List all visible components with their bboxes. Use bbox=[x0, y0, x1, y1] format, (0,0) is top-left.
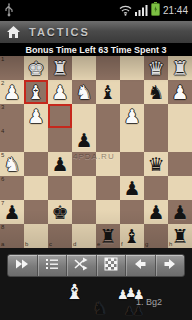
black-knight: ♞ bbox=[147, 80, 164, 104]
square-f2[interactable] bbox=[120, 80, 144, 104]
rank-label-6: 6 bbox=[1, 176, 4, 183]
white-king: ♚ bbox=[27, 56, 44, 80]
square-c7[interactable]: ♚ bbox=[48, 200, 72, 224]
square-h5[interactable] bbox=[168, 152, 192, 176]
square-b8[interactable]: b bbox=[24, 224, 48, 248]
rank-label-1: 1 bbox=[1, 56, 4, 63]
square-g1[interactable]: ♛ bbox=[144, 56, 168, 80]
bonus-banner-text: Bonus Time Left 63 Time Spent 3 bbox=[25, 45, 166, 55]
white-pawn: ♟ bbox=[27, 104, 44, 128]
square-g5[interactable]: ♛ bbox=[144, 152, 168, 176]
wifi-icon bbox=[119, 2, 132, 20]
rank-label-3: 3 bbox=[1, 104, 4, 111]
chess-board: 1♚♜♛♜2♟♝♟♞♝♞♟3♟♟4♟5♞♟♛6♟7♟♚♟♟8abcde♜f♝gh… bbox=[0, 56, 192, 248]
file-label-f: f bbox=[121, 241, 123, 248]
white-pawn: ♟ bbox=[171, 80, 188, 104]
square-a4[interactable]: 4 bbox=[0, 128, 24, 152]
shuffle-icon bbox=[73, 256, 89, 276]
rank-label-8: 8 bbox=[1, 224, 4, 231]
app-screen: 21:44 TACTICS Bonus Time Left 63 Time Sp… bbox=[0, 0, 192, 320]
square-c5[interactable]: ♟ bbox=[48, 152, 72, 176]
home-icon[interactable] bbox=[6, 25, 21, 39]
square-a1[interactable]: 1 bbox=[0, 56, 24, 80]
square-c3[interactable] bbox=[48, 104, 72, 128]
clock-time: 21:44 bbox=[163, 5, 190, 16]
square-g2[interactable]: ♞ bbox=[144, 80, 168, 104]
square-c4[interactable] bbox=[48, 128, 72, 152]
square-a5[interactable]: 5♞ bbox=[0, 152, 24, 176]
white-rook: ♜ bbox=[171, 56, 188, 80]
captured-white-bishop: ♝ bbox=[65, 282, 84, 303]
fast-forward-icon bbox=[14, 256, 30, 276]
square-d8[interactable]: d bbox=[72, 224, 96, 248]
black-bishop: ♝ bbox=[123, 224, 140, 248]
file-label-d: d bbox=[73, 241, 76, 248]
black-pawn: ♟ bbox=[147, 200, 164, 224]
white-pawn: ♟ bbox=[51, 80, 68, 104]
square-e5[interactable] bbox=[96, 152, 120, 176]
title-bar: TACTICS bbox=[0, 21, 192, 44]
move-display: 1. Bg2 bbox=[136, 297, 162, 307]
black-pawn: ♟ bbox=[51, 152, 68, 176]
square-d4[interactable]: ♟ bbox=[72, 128, 96, 152]
black-rook: ♜ bbox=[171, 224, 188, 248]
black-pawn: ♟ bbox=[3, 200, 20, 224]
move-list-icon bbox=[44, 256, 60, 276]
square-e1[interactable] bbox=[96, 56, 120, 80]
square-c8[interactable]: c bbox=[48, 224, 72, 248]
square-d2[interactable]: ♞ bbox=[72, 80, 96, 104]
square-e6[interactable] bbox=[96, 176, 120, 200]
square-b2[interactable]: ♝ bbox=[24, 80, 48, 104]
toolbar bbox=[7, 254, 185, 277]
captured-black-knight: ♞ bbox=[92, 300, 107, 317]
black-king: ♚ bbox=[51, 200, 68, 224]
square-b4[interactable] bbox=[24, 128, 48, 152]
square-f6[interactable]: ♟ bbox=[120, 176, 144, 200]
square-d3[interactable] bbox=[72, 104, 96, 128]
square-f3[interactable]: ♟ bbox=[120, 104, 144, 128]
square-c2[interactable]: ♟ bbox=[48, 80, 72, 104]
square-g4[interactable] bbox=[144, 128, 168, 152]
square-g7[interactable]: ♟ bbox=[144, 200, 168, 224]
file-label-a: a bbox=[1, 241, 4, 248]
signal-icon bbox=[135, 2, 148, 20]
forward-button[interactable] bbox=[155, 255, 185, 276]
file-label-c: c bbox=[49, 241, 52, 248]
black-pawn: ♟ bbox=[75, 128, 92, 152]
square-h8[interactable]: h♜ bbox=[168, 224, 192, 248]
back-button[interactable] bbox=[125, 255, 155, 276]
status-bar: 21:44 bbox=[0, 0, 192, 21]
move-list-button[interactable] bbox=[37, 255, 67, 276]
black-rook: ♜ bbox=[99, 224, 116, 248]
square-e8[interactable]: e♜ bbox=[96, 224, 120, 248]
captured-white-pawn: ♟ bbox=[125, 286, 137, 299]
square-a6[interactable]: 6 bbox=[0, 176, 24, 200]
rank-label-4: 4 bbox=[1, 128, 4, 135]
file-label-e: e bbox=[97, 241, 100, 248]
square-g6[interactable] bbox=[144, 176, 168, 200]
square-a8[interactable]: 8a bbox=[0, 224, 24, 248]
square-h7[interactable]: ♟ bbox=[168, 200, 192, 224]
bonus-banner: Bonus Time Left 63 Time Spent 3 bbox=[0, 43, 192, 56]
square-f7[interactable] bbox=[120, 200, 144, 224]
square-c6[interactable] bbox=[48, 176, 72, 200]
square-f1[interactable] bbox=[120, 56, 144, 80]
white-knight: ♞ bbox=[3, 152, 20, 176]
captured-black-pawn: ♟ bbox=[124, 305, 135, 317]
black-pawn: ♟ bbox=[123, 176, 140, 200]
captured-white-pawn: ♟ bbox=[117, 288, 129, 301]
square-d6[interactable] bbox=[72, 176, 96, 200]
square-g8[interactable]: g bbox=[144, 224, 168, 248]
battery-icon bbox=[151, 2, 160, 20]
square-a2[interactable]: 2♟ bbox=[0, 80, 24, 104]
square-h2[interactable]: ♟ bbox=[168, 80, 192, 104]
square-c1[interactable]: ♜ bbox=[48, 56, 72, 80]
rank-label-7: 7 bbox=[1, 200, 4, 207]
square-g3[interactable] bbox=[144, 104, 168, 128]
square-a7[interactable]: 7♟ bbox=[0, 200, 24, 224]
file-label-h: h bbox=[169, 241, 172, 248]
square-b6[interactable] bbox=[24, 176, 48, 200]
square-b5[interactable] bbox=[24, 152, 48, 176]
file-label-g: g bbox=[145, 241, 148, 248]
arrow-right-icon bbox=[162, 256, 178, 276]
square-b7[interactable] bbox=[24, 200, 48, 224]
square-e4[interactable] bbox=[96, 128, 120, 152]
fast-forward-button[interactable] bbox=[8, 255, 37, 276]
file-label-b: b bbox=[25, 241, 28, 248]
usb-icon bbox=[4, 3, 14, 21]
black-queen: ♛ bbox=[147, 152, 164, 176]
square-a3[interactable]: 3 bbox=[0, 104, 24, 128]
page-title: TACTICS bbox=[29, 26, 90, 38]
square-h6[interactable] bbox=[168, 176, 192, 200]
square-d5[interactable] bbox=[72, 152, 96, 176]
white-rook: ♜ bbox=[51, 56, 68, 80]
square-f5[interactable] bbox=[120, 152, 144, 176]
black-bishop: ♝ bbox=[99, 80, 116, 104]
square-h3[interactable] bbox=[168, 104, 192, 128]
checkerboard-icon bbox=[104, 257, 118, 275]
bottom-panel: ♝♟♟♟♞♟♟ 1. Bg2 bbox=[0, 248, 192, 320]
rank-label-5: 5 bbox=[1, 152, 4, 159]
square-h1[interactable]: ♜ bbox=[168, 56, 192, 80]
square-e7[interactable] bbox=[96, 200, 120, 224]
square-d7[interactable] bbox=[72, 200, 96, 224]
white-pawn: ♟ bbox=[123, 104, 140, 128]
square-e2[interactable]: ♝ bbox=[96, 80, 120, 104]
square-b3[interactable]: ♟ bbox=[24, 104, 48, 128]
square-e3[interactable] bbox=[96, 104, 120, 128]
square-h4[interactable] bbox=[168, 128, 192, 152]
white-pawn: ♟ bbox=[3, 80, 20, 104]
arrow-left-icon bbox=[132, 256, 148, 276]
shuffle-button[interactable] bbox=[66, 255, 96, 276]
square-b1[interactable]: ♚ bbox=[24, 56, 48, 80]
rank-label-2: 2 bbox=[1, 80, 4, 87]
white-bishop: ♝ bbox=[27, 80, 44, 104]
board-setup-button[interactable] bbox=[96, 255, 126, 276]
square-f8[interactable]: f♝ bbox=[120, 224, 144, 248]
square-f4[interactable] bbox=[120, 128, 144, 152]
white-knight: ♞ bbox=[75, 80, 92, 104]
white-queen: ♛ bbox=[147, 56, 164, 80]
square-d1[interactable] bbox=[72, 56, 96, 80]
black-pawn: ♟ bbox=[171, 200, 188, 224]
